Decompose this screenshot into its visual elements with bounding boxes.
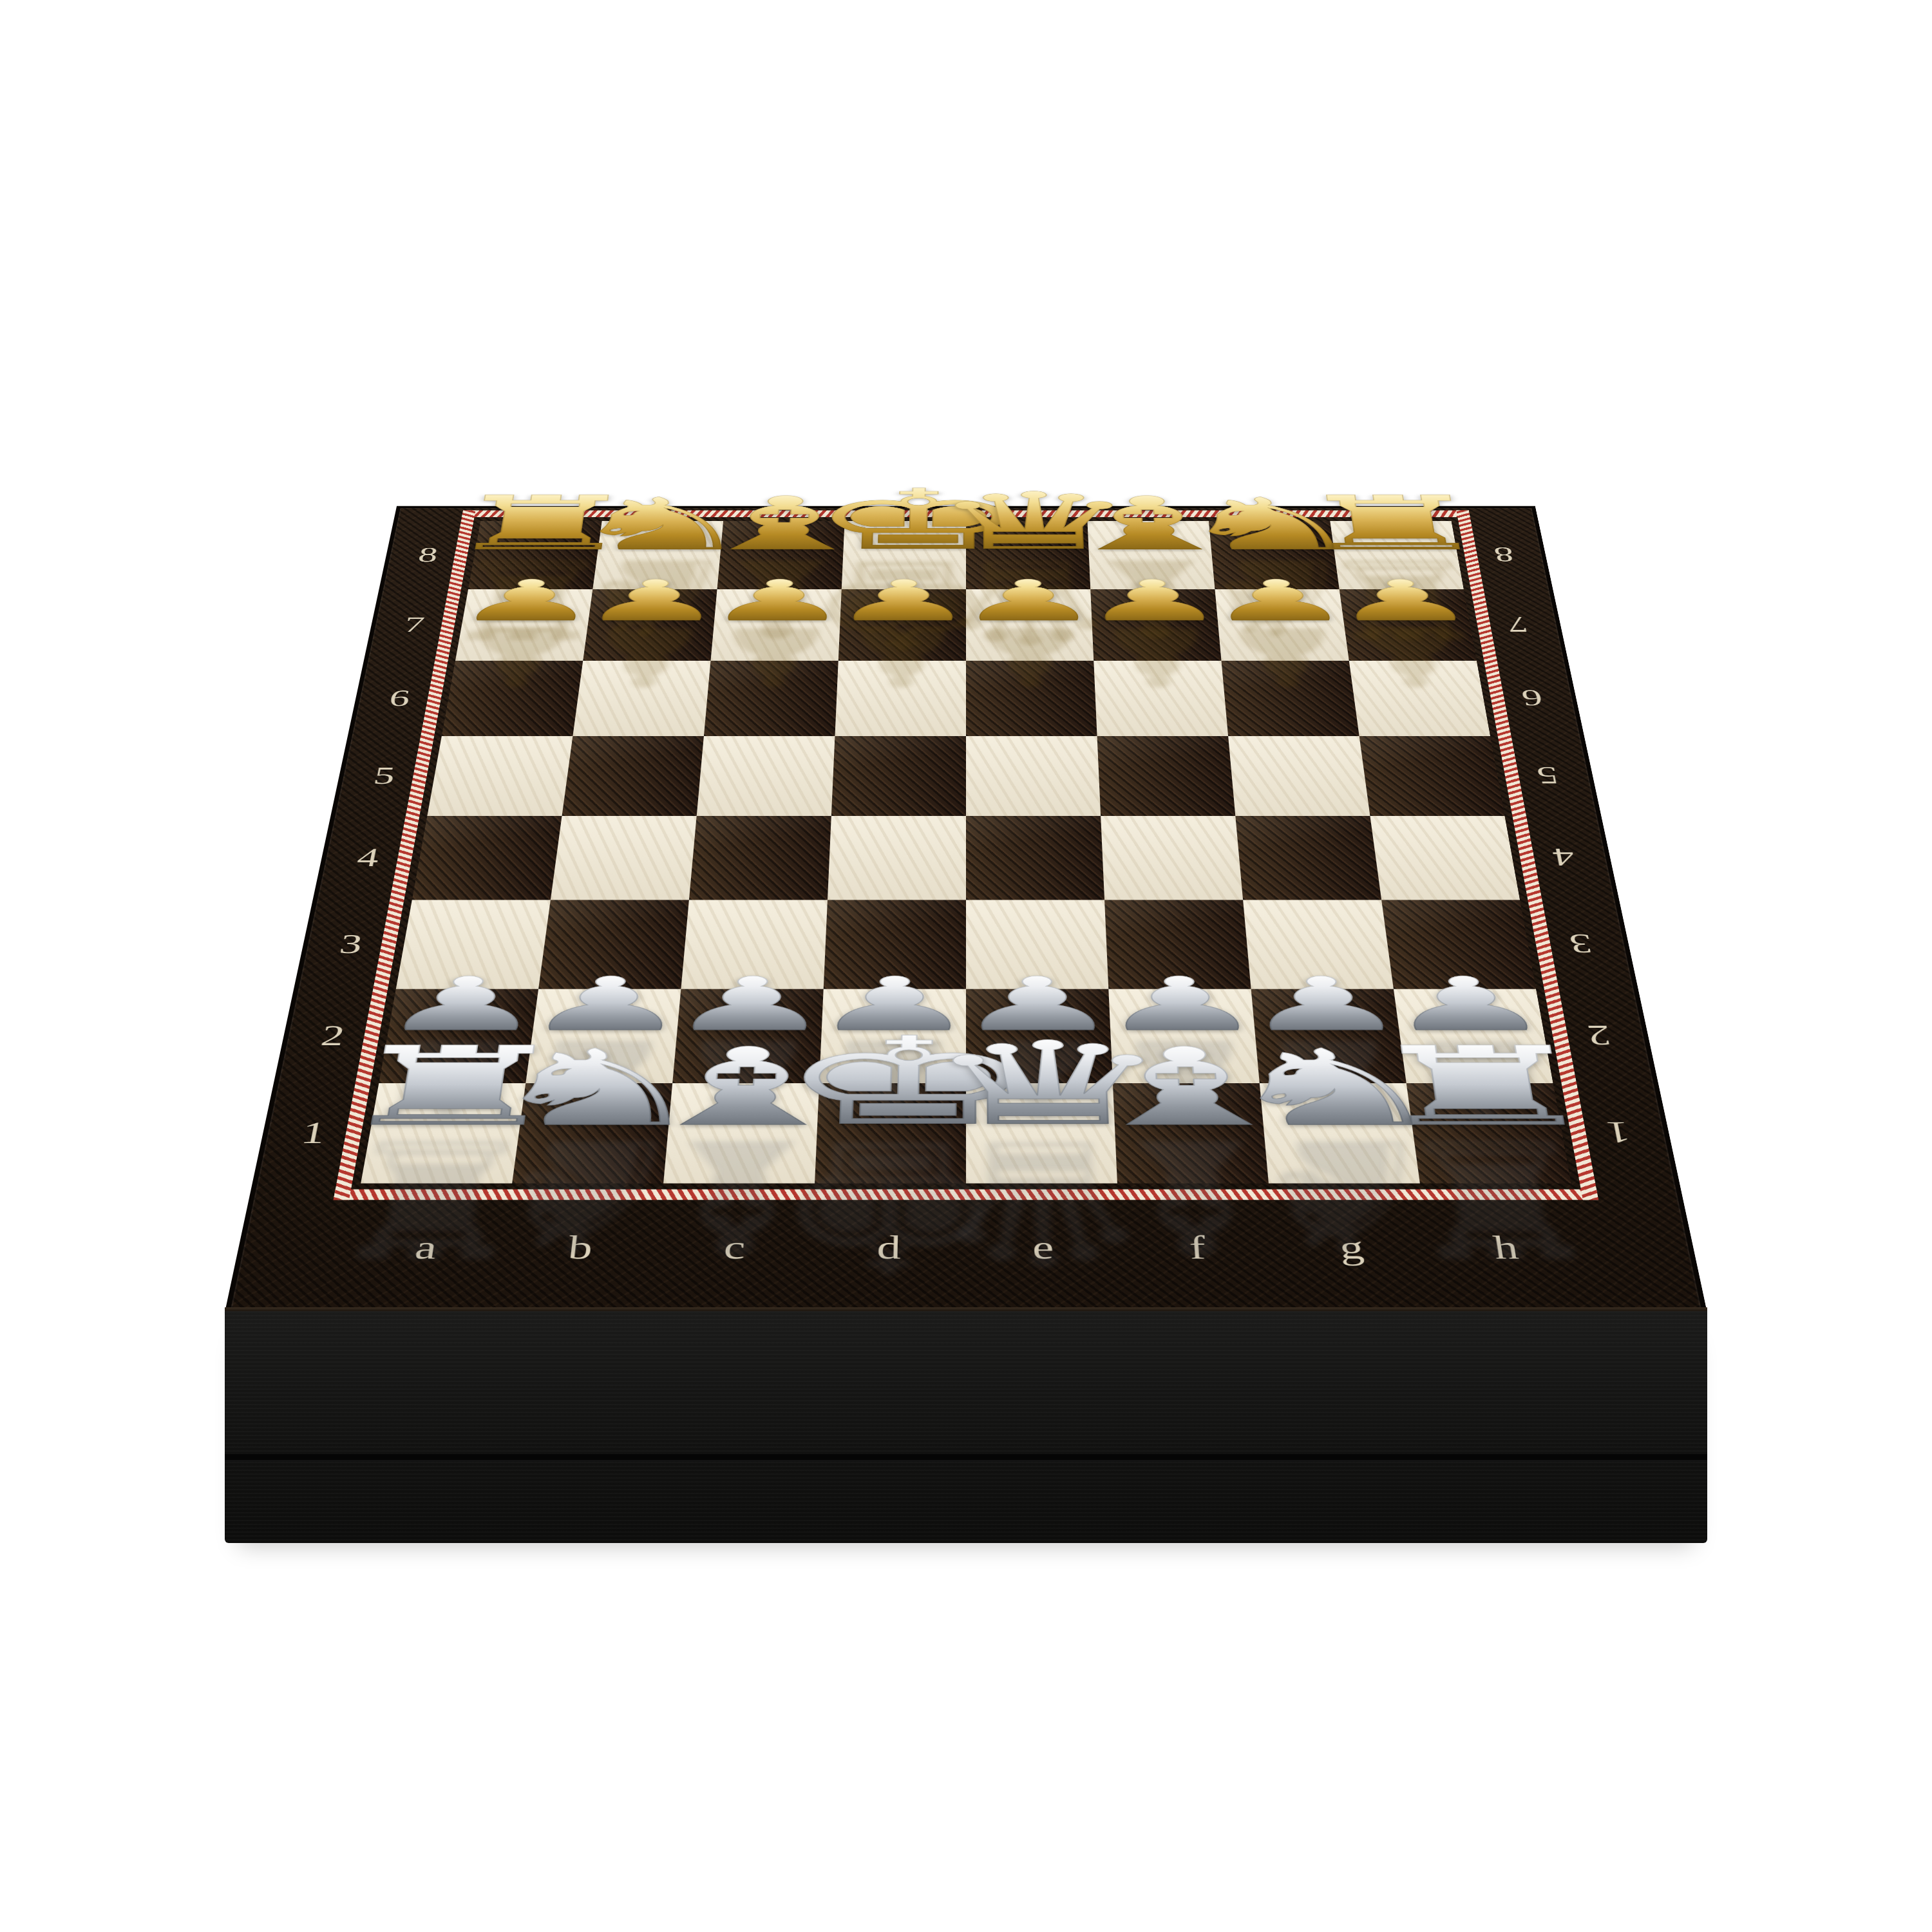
square-a3[interactable] xyxy=(396,900,551,989)
square-e3[interactable] xyxy=(966,900,1108,989)
square-b1[interactable] xyxy=(512,1083,672,1184)
square-c4[interactable] xyxy=(689,816,831,900)
square-b3[interactable] xyxy=(538,900,689,989)
square-a2[interactable] xyxy=(379,989,538,1083)
square-f2[interactable] xyxy=(1108,989,1260,1083)
square-d5[interactable] xyxy=(831,736,966,816)
rank-label-right-6: 6 xyxy=(1488,687,1578,710)
square-f1[interactable] xyxy=(1113,1083,1269,1184)
knight-glyph-icon: ♞ xyxy=(1172,494,1370,554)
square-a5[interactable] xyxy=(427,736,573,816)
piece-gold-knight-g8[interactable]: ♞ xyxy=(1170,494,1372,554)
square-d4[interactable] xyxy=(828,816,966,900)
square-e5[interactable] xyxy=(966,736,1101,816)
square-g1[interactable] xyxy=(1260,1083,1420,1184)
square-c6[interactable] xyxy=(704,661,838,736)
square-f3[interactable] xyxy=(1104,900,1251,989)
square-e2[interactable] xyxy=(966,989,1113,1083)
square-c2[interactable] xyxy=(672,989,824,1083)
square-h3[interactable] xyxy=(1381,900,1536,989)
square-d3[interactable] xyxy=(824,900,966,989)
square-g2[interactable] xyxy=(1251,989,1406,1083)
square-a6[interactable] xyxy=(442,661,583,736)
square-g4[interactable] xyxy=(1235,816,1381,900)
square-f6[interactable] xyxy=(1094,661,1228,736)
storage-box-front xyxy=(225,1311,1707,1543)
square-h1[interactable] xyxy=(1406,1083,1571,1184)
square-d6[interactable] xyxy=(835,661,966,736)
square-c5[interactable] xyxy=(697,736,835,816)
square-g3[interactable] xyxy=(1243,900,1394,989)
piece-gold-knight-b8[interactable]: ♞ xyxy=(560,494,762,554)
king-glyph-icon: ♚ xyxy=(806,485,1030,554)
square-a1[interactable] xyxy=(361,1083,526,1184)
piece-gold-pawn-h7[interactable]: ♟ xyxy=(1300,577,1508,624)
piece-gold-king-d8[interactable]: ♚ xyxy=(806,485,1003,554)
square-d2[interactable] xyxy=(819,989,966,1083)
square-h4[interactable] xyxy=(1370,816,1520,900)
pawn-glyph-icon: ♟ xyxy=(1327,577,1480,624)
square-a4[interactable] xyxy=(412,816,562,900)
square-g6[interactable] xyxy=(1222,661,1359,736)
square-f5[interactable] xyxy=(1097,736,1236,816)
chess-board: abcdefgh1122334455667788 ♜♞♝♚♛♝♞♜♟♟♟♟♟♟♟… xyxy=(225,506,1707,1313)
square-e4[interactable] xyxy=(966,816,1104,900)
square-h6[interactable] xyxy=(1349,661,1490,736)
square-g5[interactable] xyxy=(1228,736,1370,816)
rank-label-left-6: 6 xyxy=(355,687,445,710)
square-h5[interactable] xyxy=(1359,736,1505,816)
square-f4[interactable] xyxy=(1101,816,1243,900)
square-h2[interactable] xyxy=(1394,989,1553,1083)
box-lid-seam xyxy=(225,1454,1707,1462)
rope-inlay-border-near xyxy=(334,1189,1599,1200)
square-d1[interactable] xyxy=(815,1083,966,1184)
square-e1[interactable] xyxy=(966,1083,1117,1184)
rank-label-left-5: 5 xyxy=(338,763,431,788)
square-b5[interactable] xyxy=(562,736,704,816)
rank-label-right-5: 5 xyxy=(1501,763,1594,788)
square-e6[interactable] xyxy=(966,661,1097,736)
square-b2[interactable] xyxy=(526,989,681,1083)
knight-glyph-icon: ♞ xyxy=(562,494,760,554)
square-c3[interactable] xyxy=(681,900,828,989)
chess-set-photo-scene: abcdefgh1122334455667788 ♜♞♝♚♛♝♞♜♟♟♟♟♟♟♟… xyxy=(0,0,1932,1932)
square-b4[interactable] xyxy=(551,816,697,900)
square-c1[interactable] xyxy=(663,1083,819,1184)
square-b6[interactable] xyxy=(573,661,710,736)
